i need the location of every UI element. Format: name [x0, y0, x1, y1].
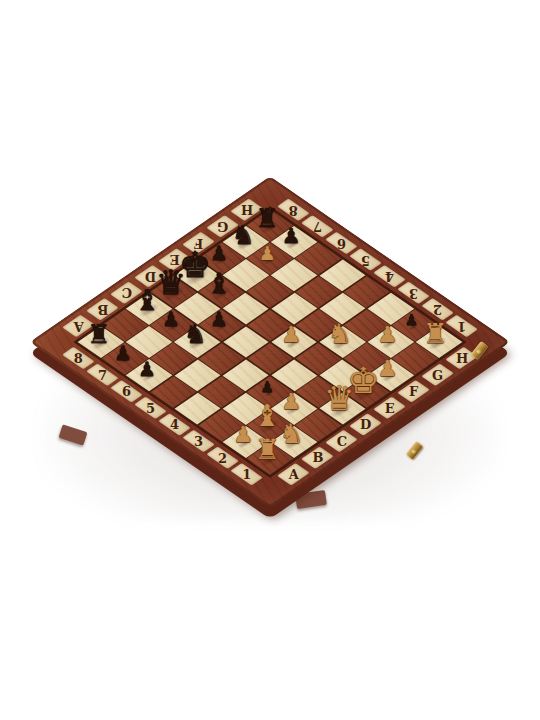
rank-label: 2 — [218, 451, 227, 464]
rank-label: 3 — [194, 435, 203, 448]
file-label: C — [336, 435, 346, 448]
file-label: G — [217, 220, 228, 233]
white-pawn-glyph: ♟ — [378, 358, 398, 380]
rank-label: 8 — [289, 203, 298, 216]
file-label: H — [241, 203, 253, 216]
file-label: H — [455, 352, 467, 365]
black-pawn-glyph: ♟ — [210, 309, 228, 329]
black-rook-glyph: ♜ — [87, 321, 110, 347]
file-label: G — [432, 368, 443, 381]
white-rook-glyph: ♜ — [423, 320, 447, 347]
file-label: F — [409, 385, 418, 398]
black-pawn-glyph: ♟ — [210, 243, 228, 263]
black-pawn-glyph: ♟ — [162, 309, 180, 329]
white-pawn-glyph: ♟ — [378, 324, 398, 346]
rank-label: 1 — [457, 319, 466, 332]
black-pawn-glyph: ♟ — [114, 343, 132, 363]
white-pawn-glyph: ♟ — [259, 244, 276, 263]
rank-label: 6 — [122, 385, 131, 398]
white-pawn-glyph: ♟ — [281, 391, 301, 413]
white-knight-glyph: ♞ — [327, 320, 351, 347]
black-knight-glyph: ♞ — [183, 321, 206, 347]
rank-label: 4 — [170, 418, 179, 431]
black-bishop-glyph: ♝ — [207, 270, 232, 298]
black-bishop-glyph: ♝ — [134, 286, 160, 315]
file-label: B — [97, 303, 108, 316]
rank-label: 7 — [98, 368, 107, 381]
file-label: C — [121, 286, 131, 299]
black-rook-glyph: ♜ — [256, 205, 279, 231]
file-label: A — [288, 468, 298, 481]
photo-stage: ABCDEFGH ABCDEFGH 87654321 87654321 ♜♞♟♟… — [0, 0, 540, 720]
rank-label: 3 — [409, 286, 418, 299]
black-pawn-glyph: ♟ — [405, 313, 418, 328]
rank-label: 5 — [361, 253, 370, 266]
black-pawn-glyph: ♟ — [282, 226, 301, 247]
rank-label: 8 — [74, 352, 83, 365]
black-pawn-glyph: ♟ — [260, 380, 273, 395]
file-label: A — [73, 319, 83, 332]
rank-label: 7 — [313, 220, 322, 233]
white-pawn-glyph: ♟ — [233, 424, 253, 446]
file-label: D — [145, 270, 156, 283]
black-pawn-glyph: ♟ — [138, 359, 156, 379]
file-label: E — [385, 401, 395, 414]
rank-label: 1 — [242, 468, 251, 481]
white-rook-glyph: ♜ — [255, 436, 280, 464]
file-label: D — [360, 418, 371, 431]
white-knight-glyph: ♞ — [279, 420, 303, 447]
file-label: B — [312, 451, 323, 464]
rank-label: 2 — [433, 303, 442, 316]
white-bishop-glyph: ♝ — [254, 401, 281, 431]
black-knight-glyph: ♞ — [231, 222, 254, 248]
rank-label: 6 — [337, 236, 346, 249]
white-pawn-glyph: ♟ — [281, 324, 301, 346]
rank-label: 4 — [385, 270, 394, 283]
rank-label: 5 — [146, 401, 155, 414]
white-queen-glyph: ♛ — [324, 381, 354, 415]
black-queen-glyph: ♛ — [156, 265, 186, 299]
